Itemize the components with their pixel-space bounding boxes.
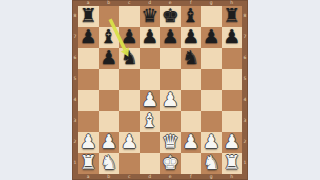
square-f2[interactable]: ♟ <box>181 132 202 153</box>
square-e4[interactable]: ♟ <box>160 90 181 111</box>
piece-black-pawn: ♟ <box>203 27 220 46</box>
piece-black-rook: ♜ <box>80 6 97 25</box>
square-h5[interactable] <box>222 69 243 90</box>
square-g8[interactable] <box>201 6 222 27</box>
square-f3[interactable] <box>181 111 202 132</box>
square-b8[interactable] <box>99 6 120 27</box>
square-h2[interactable]: ♟ <box>222 132 243 153</box>
coord-rank-8: 8 <box>74 14 77 19</box>
piece-white-king: ♚ <box>162 153 179 172</box>
square-e5[interactable] <box>160 69 181 90</box>
coord-rank-1: 1 <box>74 161 77 166</box>
square-e7[interactable]: ♟ <box>160 27 181 48</box>
square-a8[interactable]: ♜ <box>78 6 99 27</box>
square-e3[interactable] <box>160 111 181 132</box>
piece-black-pawn: ♟ <box>182 27 199 46</box>
coord-rank-7: 7 <box>74 35 77 40</box>
piece-white-rook: ♜ <box>80 153 97 172</box>
square-f5[interactable] <box>181 69 202 90</box>
square-h4[interactable] <box>222 90 243 111</box>
coord-rank-4: 4 <box>74 98 77 103</box>
square-c6[interactable]: ♞ <box>119 48 140 69</box>
piece-black-queen: ♛ <box>141 6 158 25</box>
square-f8[interactable]: ♝ <box>181 6 202 27</box>
square-a3[interactable] <box>78 111 99 132</box>
piece-white-pawn: ♟ <box>121 132 138 151</box>
square-e2[interactable]: ♛ <box>160 132 181 153</box>
coord-rank-8: 8 <box>244 14 247 19</box>
square-a4[interactable] <box>78 90 99 111</box>
square-b1[interactable]: ♞ <box>99 153 120 174</box>
piece-white-pawn: ♟ <box>80 132 97 151</box>
square-c4[interactable] <box>119 90 140 111</box>
coord-rank-6: 6 <box>244 56 247 61</box>
square-g6[interactable] <box>201 48 222 69</box>
coord-file-f: f <box>190 175 192 180</box>
square-g5[interactable] <box>201 69 222 90</box>
square-b6[interactable]: ♟ <box>99 48 120 69</box>
piece-black-pawn: ♟ <box>223 27 240 46</box>
piece-white-rook: ♜ <box>223 153 240 172</box>
square-h8[interactable]: ♜ <box>222 6 243 27</box>
square-b3[interactable] <box>99 111 120 132</box>
piece-white-knight: ♞ <box>100 153 117 172</box>
file-labels-bottom: abcdefgh <box>78 174 242 180</box>
square-g7[interactable]: ♟ <box>201 27 222 48</box>
piece-black-knight: ♞ <box>121 48 138 67</box>
piece-white-pawn: ♟ <box>203 132 220 151</box>
square-a2[interactable]: ♟ <box>78 132 99 153</box>
chess-board: abcdefgh abcdefgh 87654321 87654321 ♜♛♚♝… <box>72 0 248 180</box>
piece-black-knight: ♞ <box>182 48 199 67</box>
coord-rank-1: 1 <box>244 161 247 166</box>
piece-black-rook: ♜ <box>223 6 240 25</box>
square-b7[interactable]: ♝ <box>99 27 120 48</box>
square-f4[interactable] <box>181 90 202 111</box>
square-c2[interactable]: ♟ <box>119 132 140 153</box>
piece-white-pawn: ♟ <box>162 90 179 109</box>
coord-file-b: b <box>107 1 110 6</box>
coord-file-h: h <box>230 175 233 180</box>
coord-rank-3: 3 <box>74 119 77 124</box>
coord-rank-2: 2 <box>244 140 247 145</box>
coord-file-c: c <box>128 1 130 6</box>
square-d4[interactable]: ♟ <box>140 90 161 111</box>
square-d5[interactable] <box>140 69 161 90</box>
piece-black-pawn: ♟ <box>80 27 97 46</box>
square-f7[interactable]: ♟ <box>181 27 202 48</box>
coord-file-a: a <box>87 175 90 180</box>
square-e6[interactable] <box>160 48 181 69</box>
square-e1[interactable]: ♚ <box>160 153 181 174</box>
square-c8[interactable] <box>119 6 140 27</box>
square-f1[interactable] <box>181 153 202 174</box>
square-c1[interactable] <box>119 153 140 174</box>
square-c5[interactable] <box>119 69 140 90</box>
square-g4[interactable] <box>201 90 222 111</box>
square-g1[interactable]: ♞ <box>201 153 222 174</box>
piece-black-pawn: ♟ <box>162 27 179 46</box>
square-h1[interactable]: ♜ <box>222 153 243 174</box>
coord-file-b: b <box>107 175 110 180</box>
square-h6[interactable] <box>222 48 243 69</box>
square-h7[interactable]: ♟ <box>222 27 243 48</box>
piece-white-knight: ♞ <box>203 153 220 172</box>
square-d8[interactable]: ♛ <box>140 6 161 27</box>
coord-file-g: g <box>210 1 213 6</box>
coord-file-c: c <box>128 175 130 180</box>
square-c3[interactable] <box>119 111 140 132</box>
square-b5[interactable] <box>99 69 120 90</box>
square-f6[interactable]: ♞ <box>181 48 202 69</box>
square-a1[interactable]: ♜ <box>78 153 99 174</box>
piece-white-pawn: ♟ <box>182 132 199 151</box>
square-d3[interactable]: ♝ <box>140 111 161 132</box>
piece-white-pawn: ♟ <box>223 132 240 151</box>
piece-white-pawn: ♟ <box>141 90 158 109</box>
square-b2[interactable]: ♟ <box>99 132 120 153</box>
square-a5[interactable] <box>78 69 99 90</box>
coord-rank-2: 2 <box>74 140 77 145</box>
square-d2[interactable] <box>140 132 161 153</box>
coord-file-e: e <box>169 175 172 180</box>
square-e8[interactable]: ♚ <box>160 6 181 27</box>
piece-black-bishop: ♝ <box>182 6 199 25</box>
coord-rank-7: 7 <box>244 35 247 40</box>
square-d7[interactable]: ♟ <box>140 27 161 48</box>
piece-black-pawn: ♟ <box>100 48 117 67</box>
square-a6[interactable] <box>78 48 99 69</box>
square-g2[interactable]: ♟ <box>201 132 222 153</box>
board-squares: ♜♛♚♝♜♟♝♟♟♟♟♟♟♟♞♞♟♟♝♟♟♟♛♟♟♟♜♞♚♞♜ <box>78 6 242 174</box>
square-d6[interactable] <box>140 48 161 69</box>
coord-file-g: g <box>210 175 213 180</box>
piece-black-pawn: ♟ <box>121 27 138 46</box>
piece-white-pawn: ♟ <box>100 132 117 151</box>
video-frame-background: abcdefgh abcdefgh 87654321 87654321 ♜♛♚♝… <box>0 0 320 180</box>
square-a7[interactable]: ♟ <box>78 27 99 48</box>
piece-black-king: ♚ <box>162 6 179 25</box>
square-d1[interactable] <box>140 153 161 174</box>
square-h3[interactable] <box>222 111 243 132</box>
square-g3[interactable] <box>201 111 222 132</box>
piece-white-bishop: ♝ <box>141 111 158 130</box>
piece-white-queen: ♛ <box>162 132 179 151</box>
rank-labels-right: 87654321 <box>242 6 248 174</box>
coord-rank-4: 4 <box>244 98 247 103</box>
coord-rank-5: 5 <box>74 77 77 82</box>
piece-black-bishop: ♝ <box>100 27 117 46</box>
coord-rank-3: 3 <box>244 119 247 124</box>
piece-black-pawn: ♟ <box>141 27 158 46</box>
coord-file-d: d <box>148 175 151 180</box>
square-b4[interactable] <box>99 90 120 111</box>
square-c7[interactable]: ♟ <box>119 27 140 48</box>
coord-rank-6: 6 <box>74 56 77 61</box>
coord-rank-5: 5 <box>244 77 247 82</box>
